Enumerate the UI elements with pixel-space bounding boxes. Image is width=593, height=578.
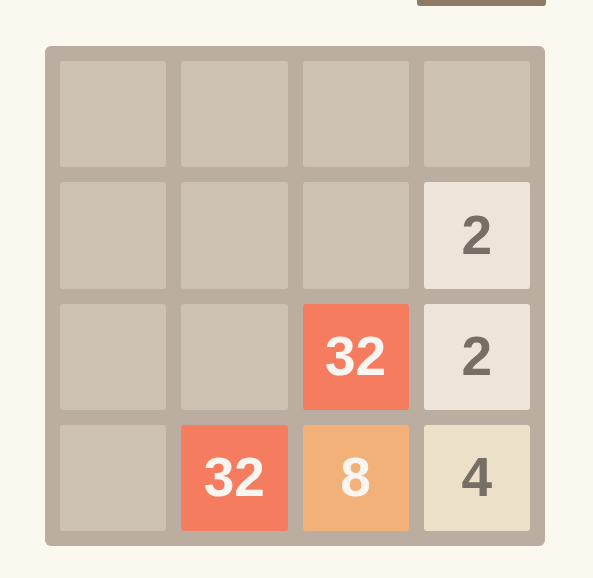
cell-r0c1 <box>181 61 287 167</box>
cell-r2c1 <box>181 304 287 410</box>
cell-r3c0 <box>60 425 166 531</box>
tile-32-r2c2: 32 <box>303 304 409 410</box>
game-board: 2 32 2 32 8 4 <box>45 46 545 546</box>
cell-r1c1 <box>181 182 287 288</box>
page-background: { "game": "2048", "grid_rows": 4, "grid_… <box>0 0 593 578</box>
tile-8-r3c2: 8 <box>303 425 409 531</box>
cell-r2c0 <box>60 304 166 410</box>
cell-r1c0 <box>60 182 166 288</box>
cell-r0c0 <box>60 61 166 167</box>
tile-2-r1c3: 2 <box>424 182 530 288</box>
new-game-button[interactable] <box>417 0 546 6</box>
cell-r0c2 <box>303 61 409 167</box>
tile-2-r2c3: 2 <box>424 304 530 410</box>
tile-32-r3c1: 32 <box>181 425 287 531</box>
cell-r0c3 <box>424 61 530 167</box>
tile-4-r3c3: 4 <box>424 425 530 531</box>
cell-r1c2 <box>303 182 409 288</box>
